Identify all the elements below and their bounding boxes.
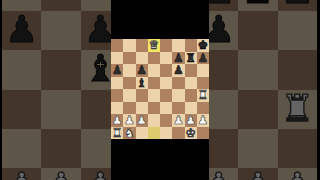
square-f2: ♟ <box>172 114 184 127</box>
chessboard: ♛♚♟♜♟♟♟♟♝♜♟♟♟♟♟♟♜♞♚ <box>111 39 209 139</box>
square-e2 <box>160 114 172 127</box>
piece-white-pawn-g2: ♟ <box>241 168 274 180</box>
piece-black-pawn-h7: ♟ <box>281 0 314 8</box>
square-a6: ♟ <box>111 64 123 77</box>
piece-white-pawn-c2: ♟ <box>136 114 147 126</box>
square-e5 <box>160 77 172 90</box>
piece-white-pawn-a2: ♟ <box>112 114 123 126</box>
piece-white-pawn-a2: ♟ <box>5 168 38 180</box>
piece-white-pawn-g2: ♟ <box>185 114 196 126</box>
square-a2: ♟ <box>2 168 41 180</box>
square-b2: ♟ <box>41 168 80 180</box>
piece-white-pawn-b2: ♟ <box>124 114 135 126</box>
piece-black-rook-g7: ♜ <box>185 51 196 63</box>
square-a5 <box>111 77 123 90</box>
square-a4 <box>2 90 41 129</box>
square-d3 <box>148 102 160 115</box>
square-c1 <box>136 127 148 140</box>
piece-white-knight-b1: ♞ <box>124 126 135 138</box>
square-c8 <box>136 39 148 52</box>
square-g2: ♟ <box>238 168 277 180</box>
square-b6 <box>41 11 80 50</box>
piece-white-pawn-b2: ♟ <box>44 168 77 180</box>
piece-black-pawn-h7: ♟ <box>197 51 208 63</box>
piece-white-rook-a1: ♜ <box>112 126 123 138</box>
square-a8 <box>111 39 123 52</box>
square-g6 <box>185 64 197 77</box>
piece-black-pawn-f7: ♟ <box>173 51 184 63</box>
square-g4 <box>238 90 277 129</box>
square-c5: ♝ <box>136 77 148 90</box>
square-b3 <box>41 129 80 168</box>
square-a1: ♜ <box>111 127 123 140</box>
square-b5 <box>123 77 135 90</box>
square-d2 <box>148 114 160 127</box>
square-b7 <box>41 0 80 11</box>
square-h1 <box>197 127 209 140</box>
square-g4 <box>185 89 197 102</box>
square-e1 <box>160 127 172 140</box>
square-f1 <box>172 127 184 140</box>
shorts-video-frame[interactable]: ♛♚♟♜♟♟♟♟♝♜♟♟♟♟♟♟♜♞♚ ♛♚♟♜♟♟♟♟♝♜♟♟♟♟♟♟♜♞♚ <box>0 0 320 180</box>
square-d5 <box>148 77 160 90</box>
square-g7: ♜ <box>238 0 277 11</box>
square-f6: ♟ <box>172 64 184 77</box>
square-a5 <box>2 50 41 89</box>
square-g5 <box>185 77 197 90</box>
square-c2: ♟ <box>136 114 148 127</box>
square-h6 <box>278 11 317 50</box>
square-h7: ♟ <box>197 52 209 65</box>
square-e7 <box>160 52 172 65</box>
square-h2: ♟ <box>278 168 317 180</box>
piece-black-pawn-a6: ♟ <box>112 64 123 76</box>
square-a6: ♟ <box>2 11 41 50</box>
square-e3 <box>160 102 172 115</box>
square-h4: ♜ <box>278 90 317 129</box>
square-g6 <box>238 11 277 50</box>
square-e4 <box>160 89 172 102</box>
square-d8: ♛ <box>148 39 160 52</box>
square-f5 <box>172 77 184 90</box>
square-e6 <box>160 64 172 77</box>
square-h4: ♜ <box>197 89 209 102</box>
piece-black-king-h8: ♚ <box>197 39 208 51</box>
square-b8 <box>123 39 135 52</box>
square-h6 <box>197 64 209 77</box>
piece-black-rook-g7: ♜ <box>241 0 274 8</box>
square-f4 <box>172 89 184 102</box>
square-b5 <box>41 50 80 89</box>
piece-black-pawn-c6: ♟ <box>136 64 147 76</box>
square-e8 <box>160 39 172 52</box>
square-b7 <box>123 52 135 65</box>
piece-black-pawn-f6: ♟ <box>173 64 184 76</box>
square-d1 <box>148 127 160 140</box>
square-d7 <box>148 52 160 65</box>
square-b1: ♞ <box>123 127 135 140</box>
square-b6 <box>123 64 135 77</box>
piece-white-pawn-h2: ♟ <box>281 168 314 180</box>
square-h7: ♟ <box>278 0 317 11</box>
square-b4 <box>123 89 135 102</box>
square-a3 <box>2 129 41 168</box>
piece-white-rook-h4: ♜ <box>197 89 208 101</box>
square-h3 <box>278 129 317 168</box>
square-g3 <box>238 129 277 168</box>
piece-white-queen-d8: ♛ <box>148 39 159 51</box>
video-letterbox: ♛♚♟♜♟♟♟♟♝♜♟♟♟♟♟♟♜♞♚ <box>111 0 209 180</box>
square-d4 <box>148 89 160 102</box>
piece-white-pawn-f2: ♟ <box>173 114 184 126</box>
square-a4 <box>111 89 123 102</box>
piece-white-rook-h4: ♜ <box>281 89 314 126</box>
square-g5 <box>238 50 277 89</box>
square-h2: ♟ <box>197 114 209 127</box>
square-g1: ♚ <box>185 127 197 140</box>
piece-black-bishop-c5: ♝ <box>136 76 147 88</box>
square-b4 <box>41 90 80 129</box>
square-g7: ♜ <box>185 52 197 65</box>
square-c4 <box>136 89 148 102</box>
piece-black-pawn-a6: ♟ <box>5 10 38 47</box>
square-d6 <box>148 64 160 77</box>
square-h5 <box>278 50 317 89</box>
piece-white-king-g1: ♚ <box>185 126 196 138</box>
piece-white-pawn-h2: ♟ <box>197 114 208 126</box>
